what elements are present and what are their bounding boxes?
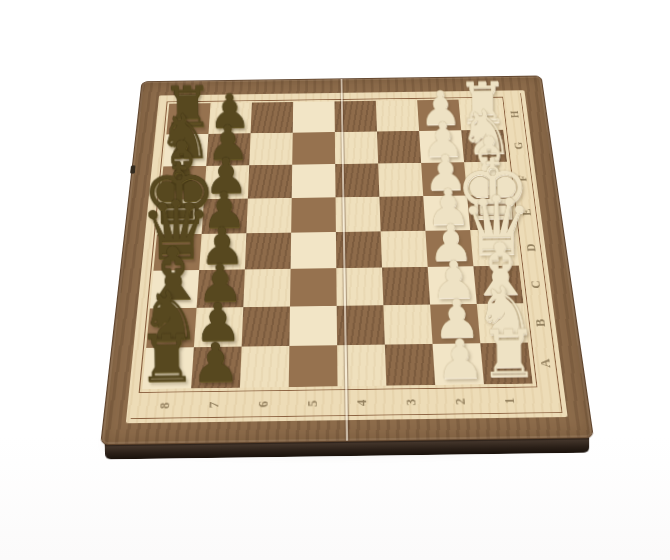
square-h5[interactable]	[293, 101, 335, 132]
square-b3[interactable]	[383, 305, 432, 345]
square-e6[interactable]	[246, 198, 291, 233]
square-a1[interactable]	[480, 343, 533, 385]
square-h6[interactable]	[251, 102, 294, 133]
square-c7[interactable]	[197, 269, 245, 307]
file-label-E: E	[511, 195, 543, 230]
file-label-A: A	[528, 342, 563, 384]
hinge-mark	[130, 165, 136, 173]
square-h2[interactable]	[417, 100, 461, 131]
rank-label-8: 8	[139, 388, 191, 423]
square-a8[interactable]	[142, 347, 194, 389]
squares-grid	[142, 99, 533, 389]
square-d3[interactable]	[381, 231, 428, 268]
file-label-C: C	[519, 265, 552, 303]
square-d5[interactable]	[291, 232, 337, 269]
square-g1[interactable]	[461, 130, 507, 163]
square-d2[interactable]	[425, 230, 473, 267]
rank-label-7: 7	[189, 388, 240, 423]
square-b7[interactable]	[194, 307, 243, 347]
square-a2[interactable]	[433, 343, 484, 385]
square-g6[interactable]	[249, 133, 292, 166]
square-c1[interactable]	[473, 266, 523, 304]
square-h7[interactable]	[208, 102, 251, 133]
file-label-F: F	[507, 161, 538, 195]
square-b6[interactable]	[242, 307, 290, 347]
square-h1[interactable]	[458, 99, 503, 130]
square-g8[interactable]	[163, 134, 208, 167]
square-h8[interactable]	[166, 103, 210, 134]
square-e2[interactable]	[423, 196, 470, 231]
square-e7[interactable]	[202, 199, 248, 234]
chess-board: 87654321 HGFEDCBA ♜♟♟♜♞♟♟♞♝♟♟♝♚♟♟♚♛♟♟♛♝♟…	[100, 76, 594, 446]
rank-label-2: 2	[435, 384, 487, 419]
square-d8[interactable]	[153, 234, 201, 271]
file-label-D: D	[515, 229, 548, 265]
rank-label-1: 1	[484, 384, 537, 419]
square-h3[interactable]	[376, 100, 419, 131]
rank-label-6: 6	[238, 387, 288, 422]
square-a7[interactable]	[191, 347, 242, 389]
square-g2[interactable]	[419, 130, 464, 163]
file-label-B: B	[523, 303, 557, 343]
file-label-G: G	[503, 129, 533, 161]
square-c3[interactable]	[382, 267, 430, 305]
rank-label-5: 5	[288, 386, 338, 421]
square-a3[interactable]	[385, 344, 435, 386]
square-e3[interactable]	[379, 196, 425, 231]
square-f1[interactable]	[464, 162, 511, 196]
file-label-H: H	[500, 99, 530, 130]
square-a6[interactable]	[240, 346, 289, 388]
square-f2[interactable]	[421, 162, 467, 196]
square-c6[interactable]	[243, 269, 290, 307]
scene: 87654321 HGFEDCBA ♜♟♟♜♞♟♟♞♝♟♟♝♚♟♟♚♛♟♟♛♝♟…	[0, 0, 670, 560]
square-d7[interactable]	[199, 233, 246, 270]
square-b8[interactable]	[146, 308, 196, 348]
square-f5[interactable]	[292, 164, 336, 198]
square-b2[interactable]	[430, 304, 480, 344]
rank-label-3: 3	[386, 385, 437, 420]
square-g5[interactable]	[292, 132, 335, 165]
square-d6[interactable]	[245, 233, 291, 270]
square-c8[interactable]	[150, 270, 199, 308]
square-a5[interactable]	[289, 345, 338, 387]
square-f7[interactable]	[204, 165, 249, 199]
rank-labels: 87654321	[139, 384, 537, 423]
square-b1[interactable]	[477, 303, 528, 343]
square-c5[interactable]	[290, 268, 337, 306]
square-e8[interactable]	[157, 199, 204, 234]
square-g7[interactable]	[206, 133, 250, 166]
square-e1[interactable]	[467, 195, 515, 230]
board-side-edge	[105, 437, 590, 459]
square-d1[interactable]	[470, 230, 519, 267]
square-b5[interactable]	[289, 306, 337, 346]
square-c2[interactable]	[428, 266, 477, 304]
square-e5[interactable]	[291, 197, 336, 232]
square-f8[interactable]	[160, 166, 206, 200]
square-f3[interactable]	[378, 163, 423, 197]
square-g3[interactable]	[377, 131, 421, 164]
square-f6[interactable]	[248, 165, 292, 199]
